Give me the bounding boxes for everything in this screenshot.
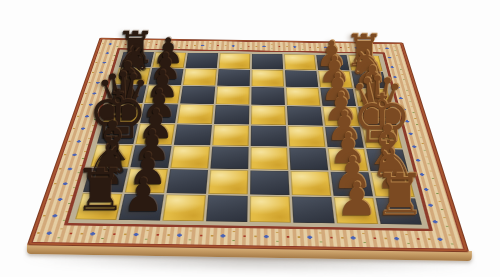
square-c1 [355,89,392,107]
square-b5 [217,69,250,86]
square-c5 [216,87,250,105]
square-c6 [180,86,215,104]
square-c7 [145,85,181,103]
square-f3 [289,148,328,171]
square-g2 [331,172,373,197]
square-e6 [174,124,212,145]
square-a4 [252,54,283,70]
square-f5 [210,147,248,170]
square-f7 [130,145,171,168]
square-h3 [292,197,335,224]
square-b4 [252,70,284,87]
square-g1 [371,172,415,197]
square-b3 [285,70,318,87]
square-b8 [114,68,150,85]
square-f1 [366,149,408,172]
square-e5 [212,125,249,146]
square-f8 [90,145,133,168]
square-d1 [358,107,397,126]
square-e1 [362,127,402,148]
square-d5 [214,105,249,124]
board-grid [68,50,429,229]
square-a2 [316,55,349,71]
square-a1 [348,55,382,71]
square-d6 [177,104,214,123]
square-d4 [251,106,286,125]
square-e2 [325,127,364,148]
square-h7 [119,194,164,221]
square-h2 [334,197,379,224]
square-b1 [351,71,387,88]
square-e8 [97,123,138,144]
square-e4 [251,126,287,147]
square-h6 [162,195,206,222]
square-c3 [286,88,321,106]
square-d7 [140,104,178,123]
square-g6 [167,169,209,194]
square-b7 [149,68,184,85]
square-d8 [103,103,142,122]
square-h5 [206,195,248,222]
chess-board [27,38,469,252]
square-a8 [119,52,154,68]
square-f4 [250,147,288,170]
square-h4 [250,196,291,223]
square-d3 [287,106,323,125]
square-a3 [284,54,316,70]
square-b2 [318,71,352,88]
square-f6 [170,146,210,169]
square-a6 [185,53,218,69]
square-f2 [328,148,369,171]
square-c2 [320,88,356,106]
square-h1 [376,198,422,225]
square-a7 [152,52,186,68]
square-b6 [183,69,217,86]
square-c8 [109,85,147,103]
square-c4 [251,87,285,105]
square-e7 [135,124,174,145]
square-d2 [323,107,360,126]
square-g7 [125,169,168,193]
square-e3 [288,126,325,147]
square-g3 [290,171,331,196]
square-g4 [250,170,289,195]
square-g8 [83,168,128,192]
chess-set-photo: ♜♞♝♛♚♝♞♜♜♞♝♛♚♝♞♜♟♟♟♟♟♟♟♟♟♟♟♟♟♟♟♟ [0,0,500,277]
board-frame [27,38,469,252]
square-h8 [75,193,122,220]
square-a5 [219,53,251,69]
square-g5 [208,170,248,195]
